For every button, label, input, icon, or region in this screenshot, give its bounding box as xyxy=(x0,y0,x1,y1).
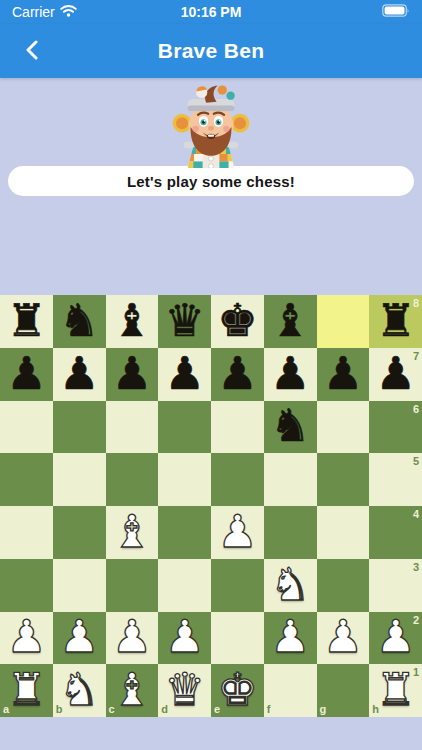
white-knight[interactable]: ♞ xyxy=(59,667,99,712)
square-f5[interactable] xyxy=(264,453,317,506)
bot-avatar xyxy=(169,84,253,168)
square-f7[interactable]: ♟ xyxy=(264,348,317,401)
rank-label-6: 6 xyxy=(413,404,419,415)
square-g3[interactable] xyxy=(317,559,370,612)
black-knight[interactable]: ♞ xyxy=(270,403,310,448)
square-b3[interactable] xyxy=(53,559,106,612)
rank-label-3: 3 xyxy=(413,562,419,573)
square-g1[interactable]: g xyxy=(317,664,370,717)
square-d2[interactable]: ♟ xyxy=(158,612,211,665)
rank-label-7: 7 xyxy=(413,351,419,362)
status-bar: Carrier 10:16 PM xyxy=(0,0,422,24)
square-d1[interactable]: ♛d xyxy=(158,664,211,717)
white-pawn[interactable]: ♟ xyxy=(323,614,363,659)
square-h7[interactable]: ♟7 xyxy=(369,348,422,401)
black-pawn[interactable]: ♟ xyxy=(375,351,415,396)
square-e4[interactable]: ♟ xyxy=(211,506,264,559)
white-king[interactable]: ♚ xyxy=(217,667,257,712)
white-bishop[interactable]: ♝ xyxy=(112,667,152,712)
square-f2[interactable]: ♟ xyxy=(264,612,317,665)
white-rook[interactable]: ♜ xyxy=(375,667,415,712)
square-e5[interactable] xyxy=(211,453,264,506)
chat-area: Let's play some chess! xyxy=(0,78,422,196)
square-d4[interactable] xyxy=(158,506,211,559)
file-label-b: b xyxy=(56,704,63,715)
square-c3[interactable] xyxy=(106,559,159,612)
bottom-strip xyxy=(0,717,422,750)
black-king[interactable]: ♚ xyxy=(217,298,257,343)
square-c7[interactable]: ♟ xyxy=(106,348,159,401)
file-label-g: g xyxy=(320,704,327,715)
square-e1[interactable]: ♚e xyxy=(211,664,264,717)
file-label-d: d xyxy=(161,704,168,715)
white-knight[interactable]: ♞ xyxy=(270,562,310,607)
black-bishop[interactable]: ♝ xyxy=(112,298,152,343)
white-rook[interactable]: ♜ xyxy=(6,667,46,712)
black-rook[interactable]: ♜ xyxy=(6,298,46,343)
square-e2[interactable] xyxy=(211,612,264,665)
square-a5[interactable] xyxy=(0,453,53,506)
message-bubble: Let's play some chess! xyxy=(8,166,414,196)
square-d5[interactable] xyxy=(158,453,211,506)
square-a2[interactable]: ♟ xyxy=(0,612,53,665)
square-h5[interactable]: 5 xyxy=(369,453,422,506)
square-g5[interactable] xyxy=(317,453,370,506)
square-g2[interactable]: ♟ xyxy=(317,612,370,665)
square-a6[interactable] xyxy=(0,401,53,454)
white-pawn[interactable]: ♟ xyxy=(6,614,46,659)
wifi-icon xyxy=(60,4,77,20)
square-f8[interactable]: ♝ xyxy=(264,295,317,348)
file-label-f: f xyxy=(267,704,271,715)
square-b1[interactable]: ♞b xyxy=(53,664,106,717)
square-c2[interactable]: ♟ xyxy=(106,612,159,665)
square-h8[interactable]: ♜8 xyxy=(369,295,422,348)
white-pawn[interactable]: ♟ xyxy=(217,509,257,554)
carrier-label: Carrier xyxy=(12,4,55,20)
square-h1[interactable]: ♜1h xyxy=(369,664,422,717)
square-a8[interactable]: ♜ xyxy=(0,295,53,348)
chess-board: ♜♞♝♛♚♝♜8♟♟♟♟♟♟♟♟7♞65♝♟4♞3♟♟♟♟♟♟♟2♜a♞b♝c♛… xyxy=(0,295,422,717)
square-a3[interactable] xyxy=(0,559,53,612)
white-bishop[interactable]: ♝ xyxy=(112,509,152,554)
white-pawn[interactable]: ♟ xyxy=(59,614,99,659)
square-d7[interactable]: ♟ xyxy=(158,348,211,401)
back-chevron-icon xyxy=(26,40,38,63)
square-e7[interactable]: ♟ xyxy=(211,348,264,401)
square-f6[interactable]: ♞ xyxy=(264,401,317,454)
white-pawn[interactable]: ♟ xyxy=(112,614,152,659)
black-rook[interactable]: ♜ xyxy=(375,298,415,343)
square-b8[interactable]: ♞ xyxy=(53,295,106,348)
square-b4[interactable] xyxy=(53,506,106,559)
black-pawn[interactable]: ♟ xyxy=(112,351,152,396)
square-a7[interactable]: ♟ xyxy=(0,348,53,401)
app-screen: Carrier 10:16 PM xyxy=(0,0,422,750)
rank-label-4: 4 xyxy=(413,509,419,520)
black-pawn[interactable]: ♟ xyxy=(59,351,99,396)
square-d6[interactable] xyxy=(158,401,211,454)
rank-label-2: 2 xyxy=(413,615,419,626)
black-pawn[interactable]: ♟ xyxy=(270,351,310,396)
bot-message-text: Let's play some chess! xyxy=(127,173,295,190)
nav-bar: Brave Ben xyxy=(0,24,422,78)
rank-label-8: 8 xyxy=(413,298,419,309)
black-pawn[interactable]: ♟ xyxy=(6,351,46,396)
square-b2[interactable]: ♟ xyxy=(53,612,106,665)
black-pawn[interactable]: ♟ xyxy=(217,351,257,396)
black-queen[interactable]: ♛ xyxy=(164,298,204,343)
battery-icon xyxy=(382,4,410,20)
square-g6[interactable] xyxy=(317,401,370,454)
rank-label-5: 5 xyxy=(413,456,419,467)
square-c6[interactable] xyxy=(106,401,159,454)
square-f1[interactable]: f xyxy=(264,664,317,717)
square-e8[interactable]: ♚ xyxy=(211,295,264,348)
square-h3[interactable]: 3 xyxy=(369,559,422,612)
black-bishop[interactable]: ♝ xyxy=(270,298,310,343)
square-c4[interactable]: ♝ xyxy=(106,506,159,559)
page-title: Brave Ben xyxy=(158,39,265,63)
file-label-h: h xyxy=(372,704,379,715)
square-b7[interactable]: ♟ xyxy=(53,348,106,401)
square-b5[interactable] xyxy=(53,453,106,506)
square-g4[interactable] xyxy=(317,506,370,559)
black-knight[interactable]: ♞ xyxy=(59,298,99,343)
square-b6[interactable] xyxy=(53,401,106,454)
square-e6[interactable] xyxy=(211,401,264,454)
square-d3[interactable] xyxy=(158,559,211,612)
black-pawn[interactable]: ♟ xyxy=(323,351,363,396)
square-h6[interactable]: 6 xyxy=(369,401,422,454)
square-f3[interactable]: ♞ xyxy=(264,559,317,612)
square-a4[interactable] xyxy=(0,506,53,559)
white-queen[interactable]: ♛ xyxy=(164,667,204,712)
file-label-e: e xyxy=(214,704,220,715)
square-c8[interactable]: ♝ xyxy=(106,295,159,348)
white-pawn[interactable]: ♟ xyxy=(164,614,204,659)
file-label-a: a xyxy=(3,704,9,715)
white-pawn[interactable]: ♟ xyxy=(375,614,415,659)
square-g8[interactable] xyxy=(317,295,370,348)
square-g7[interactable]: ♟ xyxy=(317,348,370,401)
square-h4[interactable]: 4 xyxy=(369,506,422,559)
square-f4[interactable] xyxy=(264,506,317,559)
square-h2[interactable]: ♟2 xyxy=(369,612,422,665)
square-d8[interactable]: ♛ xyxy=(158,295,211,348)
square-c1[interactable]: ♝c xyxy=(106,664,159,717)
rank-label-1: 1 xyxy=(413,667,419,678)
file-label-c: c xyxy=(109,704,115,715)
white-pawn[interactable]: ♟ xyxy=(270,614,310,659)
black-pawn[interactable]: ♟ xyxy=(164,351,204,396)
square-e3[interactable] xyxy=(211,559,264,612)
back-button[interactable] xyxy=(14,24,50,78)
square-a1[interactable]: ♜a xyxy=(0,664,53,717)
square-c5[interactable] xyxy=(106,453,159,506)
